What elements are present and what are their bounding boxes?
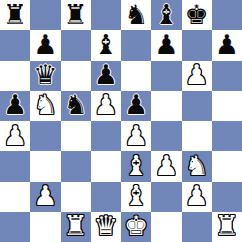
- square-g6[interactable]: ♟: [182, 61, 212, 91]
- square-h5[interactable]: [212, 91, 242, 121]
- square-c7[interactable]: [61, 30, 91, 60]
- square-h2[interactable]: [212, 182, 242, 212]
- square-f7[interactable]: ♟: [151, 30, 181, 60]
- square-g5[interactable]: [182, 91, 212, 121]
- square-a3[interactable]: [0, 151, 30, 181]
- piece-white-pawn: ♟: [185, 182, 209, 209]
- piece-black-pawn: ♟: [33, 31, 57, 58]
- square-b7[interactable]: ♟: [30, 30, 60, 60]
- square-f3[interactable]: ♟: [151, 151, 181, 181]
- square-f6[interactable]: [151, 61, 181, 91]
- square-b4[interactable]: [30, 121, 60, 151]
- square-d5[interactable]: ♟: [91, 91, 121, 121]
- square-f8[interactable]: ♝: [151, 0, 181, 30]
- square-a8[interactable]: ♜: [0, 0, 30, 30]
- piece-white-pawn: ♟: [154, 152, 178, 179]
- square-e5[interactable]: ♟: [121, 91, 151, 121]
- square-d2[interactable]: [91, 182, 121, 212]
- square-f2[interactable]: [151, 182, 181, 212]
- square-e8[interactable]: ♞: [121, 0, 151, 30]
- piece-black-pawn: ♟: [154, 31, 178, 58]
- square-d4[interactable]: [91, 121, 121, 151]
- piece-white-pawn: ♟: [3, 122, 27, 149]
- square-h8[interactable]: [212, 0, 242, 30]
- square-d6[interactable]: ♟: [91, 61, 121, 91]
- piece-black-rook: ♜: [64, 1, 88, 28]
- piece-white-bishop: ♝: [124, 152, 148, 179]
- square-h1[interactable]: ♜: [212, 212, 242, 242]
- square-d7[interactable]: ♝: [91, 30, 121, 60]
- square-f5[interactable]: [151, 91, 181, 121]
- square-d3[interactable]: [91, 151, 121, 181]
- square-c6[interactable]: [61, 61, 91, 91]
- square-b2[interactable]: ♟: [30, 182, 60, 212]
- piece-white-pawn: ♟: [185, 61, 209, 88]
- piece-black-pawn: ♟: [124, 91, 148, 118]
- square-e2[interactable]: ♝: [121, 182, 151, 212]
- piece-white-knight: ♞: [33, 91, 57, 118]
- piece-black-knight: ♞: [64, 91, 88, 118]
- piece-black-pawn: ♟: [215, 31, 239, 58]
- piece-white-queen: ♛: [94, 212, 118, 239]
- square-c4[interactable]: [61, 121, 91, 151]
- square-a5[interactable]: ♟: [0, 91, 30, 121]
- square-h3[interactable]: [212, 151, 242, 181]
- square-a6[interactable]: [0, 61, 30, 91]
- square-d8[interactable]: [91, 0, 121, 30]
- square-c1[interactable]: ♜: [61, 212, 91, 242]
- square-c5[interactable]: ♞: [61, 91, 91, 121]
- square-e1[interactable]: ♚: [121, 212, 151, 242]
- square-c2[interactable]: [61, 182, 91, 212]
- piece-black-knight: ♞: [124, 1, 148, 28]
- piece-black-king: ♚: [185, 1, 209, 28]
- piece-black-pawn: ♟: [3, 91, 27, 118]
- piece-black-queen: ♛: [33, 61, 57, 88]
- piece-black-bishop: ♝: [154, 1, 178, 28]
- square-h7[interactable]: ♟: [212, 30, 242, 60]
- square-c3[interactable]: [61, 151, 91, 181]
- square-a4[interactable]: ♟: [0, 121, 30, 151]
- square-g3[interactable]: ♞: [182, 151, 212, 181]
- square-c8[interactable]: ♜: [61, 0, 91, 30]
- square-e6[interactable]: [121, 61, 151, 91]
- square-h6[interactable]: [212, 61, 242, 91]
- piece-white-bishop: ♝: [124, 182, 148, 209]
- piece-white-rook: ♜: [64, 212, 88, 239]
- piece-white-rook: ♜: [215, 212, 239, 239]
- square-b1[interactable]: [30, 212, 60, 242]
- piece-black-rook: ♜: [3, 1, 27, 28]
- piece-black-pawn: ♟: [94, 61, 118, 88]
- square-f1[interactable]: [151, 212, 181, 242]
- square-g1[interactable]: [182, 212, 212, 242]
- square-g4[interactable]: [182, 121, 212, 151]
- square-g7[interactable]: [182, 30, 212, 60]
- square-g8[interactable]: ♚: [182, 0, 212, 30]
- chess-board: ♜♜♞♝♚♟♝♟♟♛♟♟♟♞♞♟♟♟♟♝♟♞♟♝♟♜♛♚♜: [0, 0, 242, 242]
- piece-black-bishop: ♝: [94, 31, 118, 58]
- square-f4[interactable]: [151, 121, 181, 151]
- square-g2[interactable]: ♟: [182, 182, 212, 212]
- square-b6[interactable]: ♛: [30, 61, 60, 91]
- square-e7[interactable]: [121, 30, 151, 60]
- square-a7[interactable]: [0, 30, 30, 60]
- piece-white-knight: ♞: [185, 152, 209, 179]
- square-b5[interactable]: ♞: [30, 91, 60, 121]
- piece-white-pawn: ♟: [33, 182, 57, 209]
- square-b8[interactable]: [30, 0, 60, 30]
- piece-white-king: ♚: [124, 212, 148, 239]
- square-a2[interactable]: [0, 182, 30, 212]
- square-b3[interactable]: [30, 151, 60, 181]
- square-e4[interactable]: ♟: [121, 121, 151, 151]
- square-e3[interactable]: ♝: [121, 151, 151, 181]
- square-a1[interactable]: [0, 212, 30, 242]
- square-h4[interactable]: [212, 121, 242, 151]
- piece-white-pawn: ♟: [94, 91, 118, 118]
- square-d1[interactable]: ♛: [91, 212, 121, 242]
- piece-white-pawn: ♟: [124, 122, 148, 149]
